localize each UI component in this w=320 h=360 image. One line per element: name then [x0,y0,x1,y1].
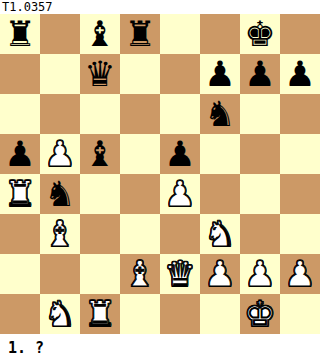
square-a6[interactable] [0,94,40,134]
square-g8[interactable]: ♚ [240,14,280,54]
piece-black-rook[interactable]: ♜ [4,14,35,54]
piece-black-bishop[interactable]: ♝ [84,14,115,54]
piece-white-rook[interactable]: ♜ [4,174,35,214]
square-c8[interactable]: ♝ [80,14,120,54]
square-c2[interactable] [80,254,120,294]
square-f8[interactable] [200,14,240,54]
square-e7[interactable] [160,54,200,94]
piece-black-bishop[interactable]: ♝ [84,134,115,174]
square-a3[interactable] [0,214,40,254]
piece-white-queen[interactable]: ♛ [164,254,195,294]
piece-black-king[interactable]: ♚ [244,14,275,54]
square-g3[interactable] [240,214,280,254]
square-a5[interactable]: ♟ [0,134,40,174]
piece-black-pawn[interactable]: ♟ [204,54,235,94]
square-c7[interactable]: ♛ [80,54,120,94]
square-e2[interactable]: ♛ [160,254,200,294]
piece-white-bishop[interactable]: ♝ [124,254,155,294]
piece-white-pawn[interactable]: ♟ [204,254,235,294]
square-e6[interactable] [160,94,200,134]
square-c3[interactable] [80,214,120,254]
square-h5[interactable] [280,134,320,174]
square-h8[interactable] [280,14,320,54]
square-d5[interactable] [120,134,160,174]
piece-white-bishop[interactable]: ♝ [44,214,75,254]
piece-white-king[interactable]: ♚ [244,294,275,334]
square-f3[interactable]: ♞ [200,214,240,254]
square-a2[interactable] [0,254,40,294]
square-h2[interactable]: ♟ [280,254,320,294]
square-b8[interactable] [40,14,80,54]
piece-black-pawn[interactable]: ♟ [284,54,315,94]
square-f1[interactable] [200,294,240,334]
square-g7[interactable]: ♟ [240,54,280,94]
square-b5[interactable]: ♟ [40,134,80,174]
square-c5[interactable]: ♝ [80,134,120,174]
move-prompt: 1. ? [0,334,320,357]
square-g5[interactable] [240,134,280,174]
square-a4[interactable]: ♜ [0,174,40,214]
square-f4[interactable] [200,174,240,214]
piece-black-queen[interactable]: ♛ [84,54,115,94]
piece-white-pawn[interactable]: ♟ [284,254,315,294]
square-e1[interactable] [160,294,200,334]
square-b3[interactable]: ♝ [40,214,80,254]
piece-black-rook[interactable]: ♜ [124,14,155,54]
piece-white-knight[interactable]: ♞ [44,294,75,334]
chess-board: ♜♝♜♚♛♟♟♟♞♟♟♝♟♜♞♟♝♞♝♛♟♟♟♞♜♚ [0,14,320,334]
square-a1[interactable] [0,294,40,334]
square-b2[interactable] [40,254,80,294]
square-f2[interactable]: ♟ [200,254,240,294]
square-b1[interactable]: ♞ [40,294,80,334]
puzzle-page: T1.0357 ♜♝♜♚♛♟♟♟♞♟♟♝♟♜♞♟♝♞♝♛♟♟♟♞♜♚ 1. ? [0,0,320,360]
square-f6[interactable]: ♞ [200,94,240,134]
square-d8[interactable]: ♜ [120,14,160,54]
square-g4[interactable] [240,174,280,214]
piece-black-knight[interactable]: ♞ [44,174,75,214]
square-e8[interactable] [160,14,200,54]
square-c6[interactable] [80,94,120,134]
square-c1[interactable]: ♜ [80,294,120,334]
piece-black-pawn[interactable]: ♟ [244,54,275,94]
square-d6[interactable] [120,94,160,134]
square-c4[interactable] [80,174,120,214]
square-g1[interactable]: ♚ [240,294,280,334]
piece-black-pawn[interactable]: ♟ [4,134,35,174]
square-h4[interactable] [280,174,320,214]
square-h7[interactable]: ♟ [280,54,320,94]
piece-white-pawn[interactable]: ♟ [244,254,275,294]
square-b6[interactable] [40,94,80,134]
square-b7[interactable] [40,54,80,94]
square-h6[interactable] [280,94,320,134]
piece-black-pawn[interactable]: ♟ [164,134,195,174]
piece-white-rook[interactable]: ♜ [84,294,115,334]
square-d1[interactable] [120,294,160,334]
square-f5[interactable] [200,134,240,174]
square-e3[interactable] [160,214,200,254]
square-a8[interactable]: ♜ [0,14,40,54]
square-e4[interactable]: ♟ [160,174,200,214]
square-g6[interactable] [240,94,280,134]
square-b4[interactable]: ♞ [40,174,80,214]
square-d3[interactable] [120,214,160,254]
square-h1[interactable] [280,294,320,334]
square-h3[interactable] [280,214,320,254]
square-f7[interactable]: ♟ [200,54,240,94]
square-d4[interactable] [120,174,160,214]
square-e5[interactable]: ♟ [160,134,200,174]
piece-white-pawn[interactable]: ♟ [44,134,75,174]
square-a7[interactable] [0,54,40,94]
piece-black-knight[interactable]: ♞ [204,94,235,134]
square-d7[interactable] [120,54,160,94]
square-d2[interactable]: ♝ [120,254,160,294]
square-g2[interactable]: ♟ [240,254,280,294]
piece-white-pawn[interactable]: ♟ [164,174,195,214]
piece-white-knight[interactable]: ♞ [204,214,235,254]
puzzle-id: T1.0357 [0,0,320,14]
